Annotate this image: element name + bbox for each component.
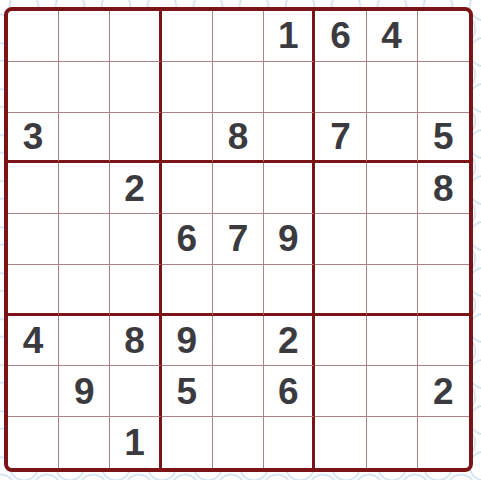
cell-r7c4[interactable]: 9 — [162, 316, 213, 367]
cell-r8c1[interactable] — [8, 366, 59, 417]
cell-r8c8[interactable] — [367, 366, 418, 417]
cell-r1c1[interactable] — [8, 11, 59, 62]
cell-r7c2[interactable] — [59, 316, 110, 367]
cell-r2c7[interactable] — [315, 62, 366, 113]
cell-r9c5[interactable] — [213, 417, 264, 468]
cell-r4c1[interactable] — [8, 163, 59, 214]
cell-r5c7[interactable] — [315, 214, 366, 265]
cell-r1c5[interactable] — [213, 11, 264, 62]
cell-r4c6[interactable] — [264, 163, 315, 214]
cell-r4c8[interactable] — [367, 163, 418, 214]
cell-r7c1[interactable]: 4 — [8, 316, 59, 367]
cell-r9c6[interactable] — [264, 417, 315, 468]
cell-r7c7[interactable] — [315, 316, 366, 367]
cell-r6c2[interactable] — [59, 265, 110, 316]
cell-r4c3[interactable]: 2 — [110, 163, 161, 214]
cell-r2c2[interactable] — [59, 62, 110, 113]
cell-r1c3[interactable] — [110, 11, 161, 62]
cell-r8c2[interactable]: 9 — [59, 366, 110, 417]
cell-r5c4[interactable]: 6 — [162, 214, 213, 265]
cell-r2c3[interactable] — [110, 62, 161, 113]
cell-r4c5[interactable] — [213, 163, 264, 214]
cell-r5c2[interactable] — [59, 214, 110, 265]
cell-r6c7[interactable] — [315, 265, 366, 316]
cell-r4c7[interactable] — [315, 163, 366, 214]
cell-r1c2[interactable] — [59, 11, 110, 62]
cell-r2c1[interactable] — [8, 62, 59, 113]
cell-r1c8[interactable]: 4 — [367, 11, 418, 62]
cell-r4c9[interactable]: 8 — [418, 163, 469, 214]
cell-r3c5[interactable]: 8 — [213, 113, 264, 164]
cell-r6c3[interactable] — [110, 265, 161, 316]
cell-r8c7[interactable] — [315, 366, 366, 417]
cell-r5c9[interactable] — [418, 214, 469, 265]
cell-r4c4[interactable] — [162, 163, 213, 214]
cell-r9c1[interactable] — [8, 417, 59, 468]
sudoku-board: 164387528679489295621 — [4, 7, 473, 472]
cell-r9c3[interactable]: 1 — [110, 417, 161, 468]
cell-r3c4[interactable] — [162, 113, 213, 164]
cell-r7c6[interactable]: 2 — [264, 316, 315, 367]
cell-r6c6[interactable] — [264, 265, 315, 316]
cell-r9c8[interactable] — [367, 417, 418, 468]
cell-r9c7[interactable] — [315, 417, 366, 468]
cell-r2c5[interactable] — [213, 62, 264, 113]
cell-r7c8[interactable] — [367, 316, 418, 367]
cell-r8c4[interactable]: 5 — [162, 366, 213, 417]
cell-r2c8[interactable] — [367, 62, 418, 113]
cell-r8c5[interactable] — [213, 366, 264, 417]
cell-r2c6[interactable] — [264, 62, 315, 113]
cell-r3c7[interactable]: 7 — [315, 113, 366, 164]
cell-r1c6[interactable]: 1 — [264, 11, 315, 62]
cell-r5c5[interactable]: 7 — [213, 214, 264, 265]
cell-r6c5[interactable] — [213, 265, 264, 316]
cell-r2c4[interactable] — [162, 62, 213, 113]
cell-r5c1[interactable] — [8, 214, 59, 265]
cell-r3c2[interactable] — [59, 113, 110, 164]
cell-r6c1[interactable] — [8, 265, 59, 316]
cell-r9c2[interactable] — [59, 417, 110, 468]
cell-r8c6[interactable]: 6 — [264, 366, 315, 417]
cell-r9c9[interactable] — [418, 417, 469, 468]
cell-r3c1[interactable]: 3 — [8, 113, 59, 164]
cell-r3c8[interactable] — [367, 113, 418, 164]
cell-r7c9[interactable] — [418, 316, 469, 367]
cell-r3c3[interactable] — [110, 113, 161, 164]
cell-r8c9[interactable]: 2 — [418, 366, 469, 417]
cell-r2c9[interactable] — [418, 62, 469, 113]
cell-r6c8[interactable] — [367, 265, 418, 316]
cell-r7c3[interactable]: 8 — [110, 316, 161, 367]
cell-r5c3[interactable] — [110, 214, 161, 265]
cell-r1c4[interactable] — [162, 11, 213, 62]
cell-r1c9[interactable] — [418, 11, 469, 62]
page-background: 164387528679489295621 — [0, 0, 481, 480]
cell-r5c6[interactable]: 9 — [264, 214, 315, 265]
cell-r7c5[interactable] — [213, 316, 264, 367]
cell-r3c6[interactable] — [264, 113, 315, 164]
cell-r9c4[interactable] — [162, 417, 213, 468]
cell-r1c7[interactable]: 6 — [315, 11, 366, 62]
cell-r8c3[interactable] — [110, 366, 161, 417]
cell-r6c4[interactable] — [162, 265, 213, 316]
cell-r5c8[interactable] — [367, 214, 418, 265]
cell-r3c9[interactable]: 5 — [418, 113, 469, 164]
cell-r6c9[interactable] — [418, 265, 469, 316]
cell-r4c2[interactable] — [59, 163, 110, 214]
